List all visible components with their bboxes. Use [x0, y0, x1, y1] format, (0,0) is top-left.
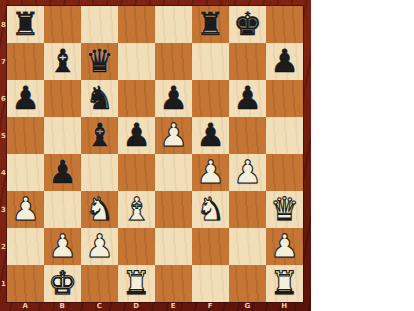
square-d2[interactable]: [118, 228, 155, 265]
square-f2[interactable]: [192, 228, 229, 265]
piece-black-queen-c7: ♛: [85, 43, 114, 80]
square-a7[interactable]: [7, 43, 44, 80]
square-d5[interactable]: ♟: [118, 117, 155, 154]
rank-label-3: 3: [0, 191, 7, 228]
square-f3[interactable]: ♞: [192, 191, 229, 228]
square-f8[interactable]: ♜: [192, 6, 229, 43]
file-labels: ABCDEFGH: [7, 302, 303, 311]
square-g1[interactable]: [229, 265, 266, 302]
square-b1[interactable]: ♚: [44, 265, 81, 302]
square-h2[interactable]: ♟: [266, 228, 303, 265]
file-label-d: D: [118, 302, 155, 311]
chess-board: ♜♜♚♝♛♟♟♞♟♟♝♟♟♟♟♟♟♟♞♝♞♛♟♟♟♚♜♜: [7, 6, 303, 302]
square-g4[interactable]: ♟: [229, 154, 266, 191]
file-label-a: A: [7, 302, 44, 311]
piece-black-bishop-c5: ♝: [85, 117, 114, 154]
piece-black-pawn-a6: ♟: [11, 80, 40, 117]
square-f6[interactable]: [192, 80, 229, 117]
rank-label-2: 2: [0, 228, 7, 265]
square-a3[interactable]: ♟: [7, 191, 44, 228]
file-label-h: H: [266, 302, 303, 311]
square-b7[interactable]: ♝: [44, 43, 81, 80]
square-d8[interactable]: [118, 6, 155, 43]
piece-white-knight-c3: ♞: [85, 191, 114, 228]
square-e3[interactable]: [155, 191, 192, 228]
file-label-c: C: [81, 302, 118, 311]
rank-labels: 87654321: [0, 6, 7, 302]
square-g7[interactable]: [229, 43, 266, 80]
square-d3[interactable]: ♝: [118, 191, 155, 228]
square-e7[interactable]: [155, 43, 192, 80]
square-h1[interactable]: ♜: [266, 265, 303, 302]
square-h3[interactable]: ♛: [266, 191, 303, 228]
page-background: 87654321 ♜♜♚♝♛♟♟♞♟♟♝♟♟♟♟♟♟♟♞♝♞♛♟♟♟♚♜♜ AB…: [0, 0, 414, 311]
piece-black-pawn-d5: ♟: [122, 117, 151, 154]
piece-white-knight-f3: ♞: [196, 191, 225, 228]
square-e4[interactable]: [155, 154, 192, 191]
rank-label-8: 8: [0, 6, 7, 43]
square-f1[interactable]: [192, 265, 229, 302]
square-c1[interactable]: [81, 265, 118, 302]
square-a8[interactable]: ♜: [7, 6, 44, 43]
square-e2[interactable]: [155, 228, 192, 265]
piece-white-queen-h3: ♛: [270, 191, 299, 228]
piece-white-pawn-b2: ♟: [48, 228, 77, 265]
rank-label-4: 4: [0, 154, 7, 191]
square-a1[interactable]: [7, 265, 44, 302]
piece-black-rook-a8: ♜: [11, 6, 40, 43]
piece-black-pawn-g6: ♟: [233, 80, 262, 117]
square-g6[interactable]: ♟: [229, 80, 266, 117]
piece-white-pawn-h2: ♟: [270, 228, 299, 265]
piece-white-bishop-d3: ♝: [122, 191, 151, 228]
square-g3[interactable]: [229, 191, 266, 228]
square-c6[interactable]: ♞: [81, 80, 118, 117]
square-h5[interactable]: [266, 117, 303, 154]
piece-white-rook-d1: ♜: [122, 265, 151, 302]
square-d4[interactable]: [118, 154, 155, 191]
square-c4[interactable]: [81, 154, 118, 191]
square-h6[interactable]: [266, 80, 303, 117]
piece-black-bishop-b7: ♝: [48, 43, 77, 80]
square-b4[interactable]: ♟: [44, 154, 81, 191]
file-label-g: G: [229, 302, 266, 311]
square-f4[interactable]: ♟: [192, 154, 229, 191]
piece-black-pawn-b4: ♟: [48, 154, 77, 191]
square-b6[interactable]: [44, 80, 81, 117]
piece-white-pawn-a3: ♟: [11, 191, 40, 228]
square-f7[interactable]: [192, 43, 229, 80]
square-h7[interactable]: ♟: [266, 43, 303, 80]
square-d7[interactable]: [118, 43, 155, 80]
square-e8[interactable]: [155, 6, 192, 43]
file-label-b: B: [44, 302, 81, 311]
square-c3[interactable]: ♞: [81, 191, 118, 228]
square-e6[interactable]: ♟: [155, 80, 192, 117]
square-a6[interactable]: ♟: [7, 80, 44, 117]
square-b2[interactable]: ♟: [44, 228, 81, 265]
square-c5[interactable]: ♝: [81, 117, 118, 154]
square-c2[interactable]: ♟: [81, 228, 118, 265]
square-b5[interactable]: [44, 117, 81, 154]
square-a2[interactable]: [7, 228, 44, 265]
piece-white-pawn-e5: ♟: [159, 117, 188, 154]
chess-board-frame: 87654321 ♜♜♚♝♛♟♟♞♟♟♝♟♟♟♟♟♟♟♞♝♞♛♟♟♟♚♜♜ AB…: [0, 0, 311, 311]
piece-black-knight-c6: ♞: [85, 80, 114, 117]
square-e1[interactable]: [155, 265, 192, 302]
rank-label-1: 1: [0, 265, 7, 302]
piece-black-pawn-f5: ♟: [196, 117, 225, 154]
piece-black-pawn-e6: ♟: [159, 80, 188, 117]
rank-label-6: 6: [0, 80, 7, 117]
square-f5[interactable]: ♟: [192, 117, 229, 154]
rank-label-7: 7: [0, 43, 7, 80]
piece-white-pawn-f4: ♟: [196, 154, 225, 191]
piece-white-pawn-c2: ♟: [85, 228, 114, 265]
piece-white-king-b1: ♚: [48, 265, 77, 302]
square-c7[interactable]: ♛: [81, 43, 118, 80]
square-c8[interactable]: [81, 6, 118, 43]
square-b3[interactable]: [44, 191, 81, 228]
rank-label-5: 5: [0, 117, 7, 154]
square-h8[interactable]: [266, 6, 303, 43]
square-e5[interactable]: ♟: [155, 117, 192, 154]
square-g2[interactable]: [229, 228, 266, 265]
piece-white-rook-h1: ♜: [270, 265, 299, 302]
square-b8[interactable]: [44, 6, 81, 43]
square-g5[interactable]: [229, 117, 266, 154]
piece-black-pawn-h7: ♟: [270, 43, 299, 80]
square-h4[interactable]: [266, 154, 303, 191]
file-label-f: F: [192, 302, 229, 311]
file-label-e: E: [155, 302, 192, 311]
square-g8[interactable]: ♚: [229, 6, 266, 43]
square-a5[interactable]: [7, 117, 44, 154]
piece-black-king-g8: ♚: [233, 6, 262, 43]
piece-black-rook-f8: ♜: [196, 6, 225, 43]
piece-white-pawn-g4: ♟: [233, 154, 262, 191]
square-a4[interactable]: [7, 154, 44, 191]
square-d6[interactable]: [118, 80, 155, 117]
square-d1[interactable]: ♜: [118, 265, 155, 302]
